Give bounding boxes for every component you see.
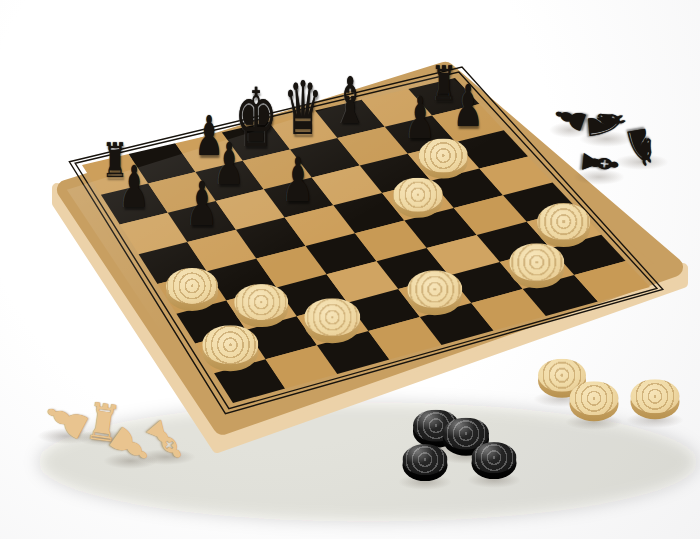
product-photo-scene: ♜♟♚♛♝♜♟♟♟♟♟♟ ♟♞♞♝♟♜♟♝ xyxy=(0,0,700,539)
wood-sheen xyxy=(67,72,673,425)
game-board xyxy=(0,0,700,539)
board-shadow xyxy=(38,402,698,522)
